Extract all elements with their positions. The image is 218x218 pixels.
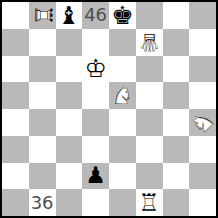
square-h6 bbox=[189, 56, 216, 83]
square-f3 bbox=[136, 136, 163, 163]
square-c1 bbox=[56, 189, 83, 216]
square-c8: ♝ bbox=[56, 2, 83, 29]
piece-glyph: ♚ bbox=[111, 3, 133, 28]
square-d1 bbox=[82, 189, 109, 216]
square-e3 bbox=[109, 136, 136, 163]
problem-number-46: 46 bbox=[84, 6, 107, 24]
square-a3 bbox=[2, 136, 29, 163]
square-c7 bbox=[56, 29, 83, 56]
piece-glyph: ♟ bbox=[85, 164, 106, 187]
square-b8: ♜♖ bbox=[29, 2, 56, 29]
square-d4 bbox=[82, 109, 109, 136]
square-h1 bbox=[189, 189, 216, 216]
square-c3 bbox=[56, 136, 83, 163]
square-b4 bbox=[29, 109, 56, 136]
square-d2: ♟ bbox=[82, 163, 109, 190]
square-a6 bbox=[2, 56, 29, 83]
square-e1 bbox=[109, 189, 136, 216]
piece-white-grasshopper-inverted-queen-f7: ♛♕ bbox=[136, 29, 163, 56]
chess-problem-diagram: ♜♖♝46♚♛♕♚♔♞♘♞♘♟36♜♖ bbox=[0, 0, 218, 218]
square-h3 bbox=[189, 136, 216, 163]
square-h7 bbox=[189, 29, 216, 56]
square-b6 bbox=[29, 56, 56, 83]
square-h8 bbox=[189, 2, 216, 29]
piece-glyph: ♕ bbox=[138, 30, 160, 55]
square-e4 bbox=[109, 109, 136, 136]
square-e7 bbox=[109, 29, 136, 56]
square-d7 bbox=[82, 29, 109, 56]
square-g6 bbox=[163, 56, 190, 83]
square-f5 bbox=[136, 82, 163, 109]
square-a5 bbox=[2, 82, 29, 109]
square-b3 bbox=[29, 136, 56, 163]
piece-glyph: ♘ bbox=[111, 83, 133, 108]
square-e2 bbox=[109, 163, 136, 190]
piece-white-tilted-knight-45ccw-h4: ♞♘ bbox=[189, 109, 216, 136]
square-a7 bbox=[2, 29, 29, 56]
square-f8 bbox=[136, 2, 163, 29]
square-a4 bbox=[2, 109, 29, 136]
square-g8 bbox=[163, 2, 190, 29]
square-e8: ♚ bbox=[109, 2, 136, 29]
piece-white-king-d6: ♚♔ bbox=[82, 56, 109, 83]
piece-glyph: ♝ bbox=[58, 3, 80, 28]
piece-glyph: ♖ bbox=[138, 191, 160, 215]
square-b1: 36 bbox=[29, 189, 56, 216]
square-g4 bbox=[163, 109, 190, 136]
square-b2 bbox=[29, 163, 56, 190]
square-a2 bbox=[2, 163, 29, 190]
square-e6 bbox=[109, 56, 136, 83]
square-f6 bbox=[136, 56, 163, 83]
chess-board: ♜♖♝46♚♛♕♚♔♞♘♞♘♟36♜♖ bbox=[2, 2, 216, 216]
square-e5: ♞♘ bbox=[109, 82, 136, 109]
square-g7 bbox=[163, 29, 190, 56]
piece-glyph: ♖ bbox=[30, 5, 54, 27]
piece-white-rook-f1: ♜♖ bbox=[136, 189, 163, 216]
problem-number-36: 36 bbox=[31, 194, 54, 212]
square-h4: ♞♘ bbox=[189, 109, 216, 136]
square-g2 bbox=[163, 163, 190, 190]
square-f1: ♜♖ bbox=[136, 189, 163, 216]
square-c6 bbox=[56, 56, 83, 83]
piece-white-rotated-rook-90cw-b8: ♜♖ bbox=[29, 2, 56, 29]
piece-black-bishop-c8: ♝ bbox=[56, 2, 83, 29]
square-g3 bbox=[163, 136, 190, 163]
square-d5 bbox=[82, 82, 109, 109]
square-d3 bbox=[82, 136, 109, 163]
piece-black-king-e8: ♚ bbox=[109, 2, 136, 29]
square-c2 bbox=[56, 163, 83, 190]
piece-black-pawn-d2: ♟ bbox=[82, 163, 109, 190]
square-f7: ♛♕ bbox=[136, 29, 163, 56]
square-b7 bbox=[29, 29, 56, 56]
square-g1 bbox=[163, 189, 190, 216]
square-c4 bbox=[56, 109, 83, 136]
square-f2 bbox=[136, 163, 163, 190]
square-c5 bbox=[56, 82, 83, 109]
piece-white-mirrored-knight-facing-right-e5: ♞♘ bbox=[109, 82, 136, 109]
square-h5 bbox=[189, 82, 216, 109]
square-a8 bbox=[2, 2, 29, 29]
square-a1 bbox=[2, 189, 29, 216]
piece-glyph: ♔ bbox=[84, 56, 106, 81]
square-b5 bbox=[29, 82, 56, 109]
square-d8: 46 bbox=[82, 2, 109, 29]
square-d6: ♚♔ bbox=[82, 56, 109, 83]
square-h2 bbox=[189, 163, 216, 190]
square-f4 bbox=[136, 109, 163, 136]
square-g5 bbox=[163, 82, 190, 109]
